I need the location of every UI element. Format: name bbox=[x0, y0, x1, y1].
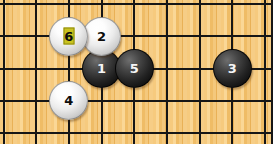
go-diagram: 123456 bbox=[0, 0, 273, 144]
grid-line-horizontal bbox=[0, 3, 273, 5]
grid-line-horizontal bbox=[0, 35, 273, 37]
move-number: 5 bbox=[130, 62, 139, 75]
move-number: 2 bbox=[97, 30, 106, 43]
board-right-edge bbox=[271, 0, 273, 144]
grid-line-vertical bbox=[199, 0, 201, 144]
grid-line-vertical bbox=[166, 0, 168, 144]
go-stone-white-4[interactable]: 4 bbox=[49, 81, 88, 120]
move-number: 6 bbox=[64, 30, 73, 43]
grid-line-vertical bbox=[35, 0, 37, 144]
move-number: 3 bbox=[228, 62, 237, 75]
grid-line-vertical bbox=[3, 0, 5, 144]
go-board[interactable]: 123456 bbox=[0, 0, 273, 144]
go-stone-black-5[interactable]: 5 bbox=[115, 49, 154, 88]
grid-line-horizontal bbox=[0, 132, 273, 134]
move-number: 1 bbox=[97, 62, 106, 75]
grid-line-horizontal bbox=[0, 100, 273, 102]
go-stone-white-6[interactable]: 6 bbox=[49, 17, 88, 56]
go-stone-black-3[interactable]: 3 bbox=[213, 49, 252, 88]
move-number: 4 bbox=[64, 94, 73, 107]
grid-line-vertical bbox=[264, 0, 266, 144]
